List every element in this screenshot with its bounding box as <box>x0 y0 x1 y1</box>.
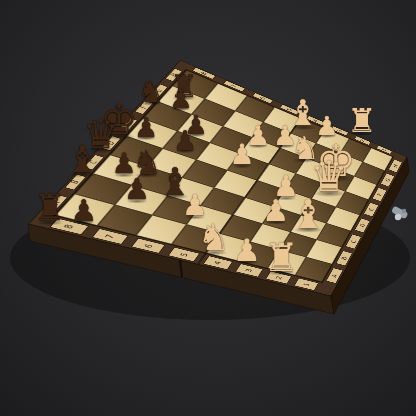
piece-glyph: ♜ <box>34 187 66 228</box>
piece-glyph: ♞ <box>138 74 165 109</box>
piece-glyph: ♟ <box>263 193 290 228</box>
piece-glyph: ♟ <box>233 232 261 268</box>
piece-white-pawn-c4[interactable]: ♟ <box>182 191 208 220</box>
piece-black-knight-g8[interactable]: ♞ <box>138 77 165 107</box>
piece-glyph: ♟ <box>229 138 254 171</box>
piece-glyph: ♟ <box>124 172 150 206</box>
scene: 8877665544332211AABBCCDDEEFFGGHH ♜♞♟♝♜♟♟… <box>0 0 416 416</box>
piece-white-rook-h2[interactable]: ♜ <box>347 104 377 137</box>
pieces-layer: ♜♞♟♝♜♟♟♚♟♟♟♛♟♞♟♝♟♞♚♛♝♟♟♟♟♜♟♝♞♟♜ <box>0 0 416 416</box>
piece-white-rook-a1[interactable]: ♜ <box>264 238 299 277</box>
piece-glyph: ♟ <box>173 125 197 156</box>
piece-black-pawn-a7[interactable]: ♟ <box>71 196 98 226</box>
piece-glyph: ♝ <box>290 191 326 237</box>
piece-black-bishop-c8[interactable]: ♝ <box>65 141 98 178</box>
piece-glyph: ♜ <box>347 101 377 140</box>
piece-white-pawn-a2[interactable]: ♟ <box>233 235 261 266</box>
piece-white-knight-a3[interactable]: ♞ <box>198 220 230 256</box>
piece-white-bishop-c1[interactable]: ♝ <box>290 194 326 234</box>
piece-glyph: ♞ <box>198 217 230 258</box>
piece-black-pawn-e7[interactable]: ♟ <box>134 114 158 141</box>
piece-glyph: ♜ <box>264 235 299 280</box>
piece-white-pawn-c2[interactable]: ♟ <box>263 196 290 226</box>
piece-white-pawn-e4[interactable]: ♟ <box>229 141 254 169</box>
piece-black-pawn-g7[interactable]: ♟ <box>169 86 192 112</box>
piece-glyph: ♟ <box>134 112 158 143</box>
piece-black-pawn-e6[interactable]: ♟ <box>173 127 197 154</box>
piece-glyph: ♟ <box>71 193 98 228</box>
piece-black-pawn-b6[interactable]: ♟ <box>124 175 150 204</box>
piece-black-rook-a8[interactable]: ♜ <box>34 190 66 226</box>
piece-glyph: ♝ <box>65 138 98 181</box>
